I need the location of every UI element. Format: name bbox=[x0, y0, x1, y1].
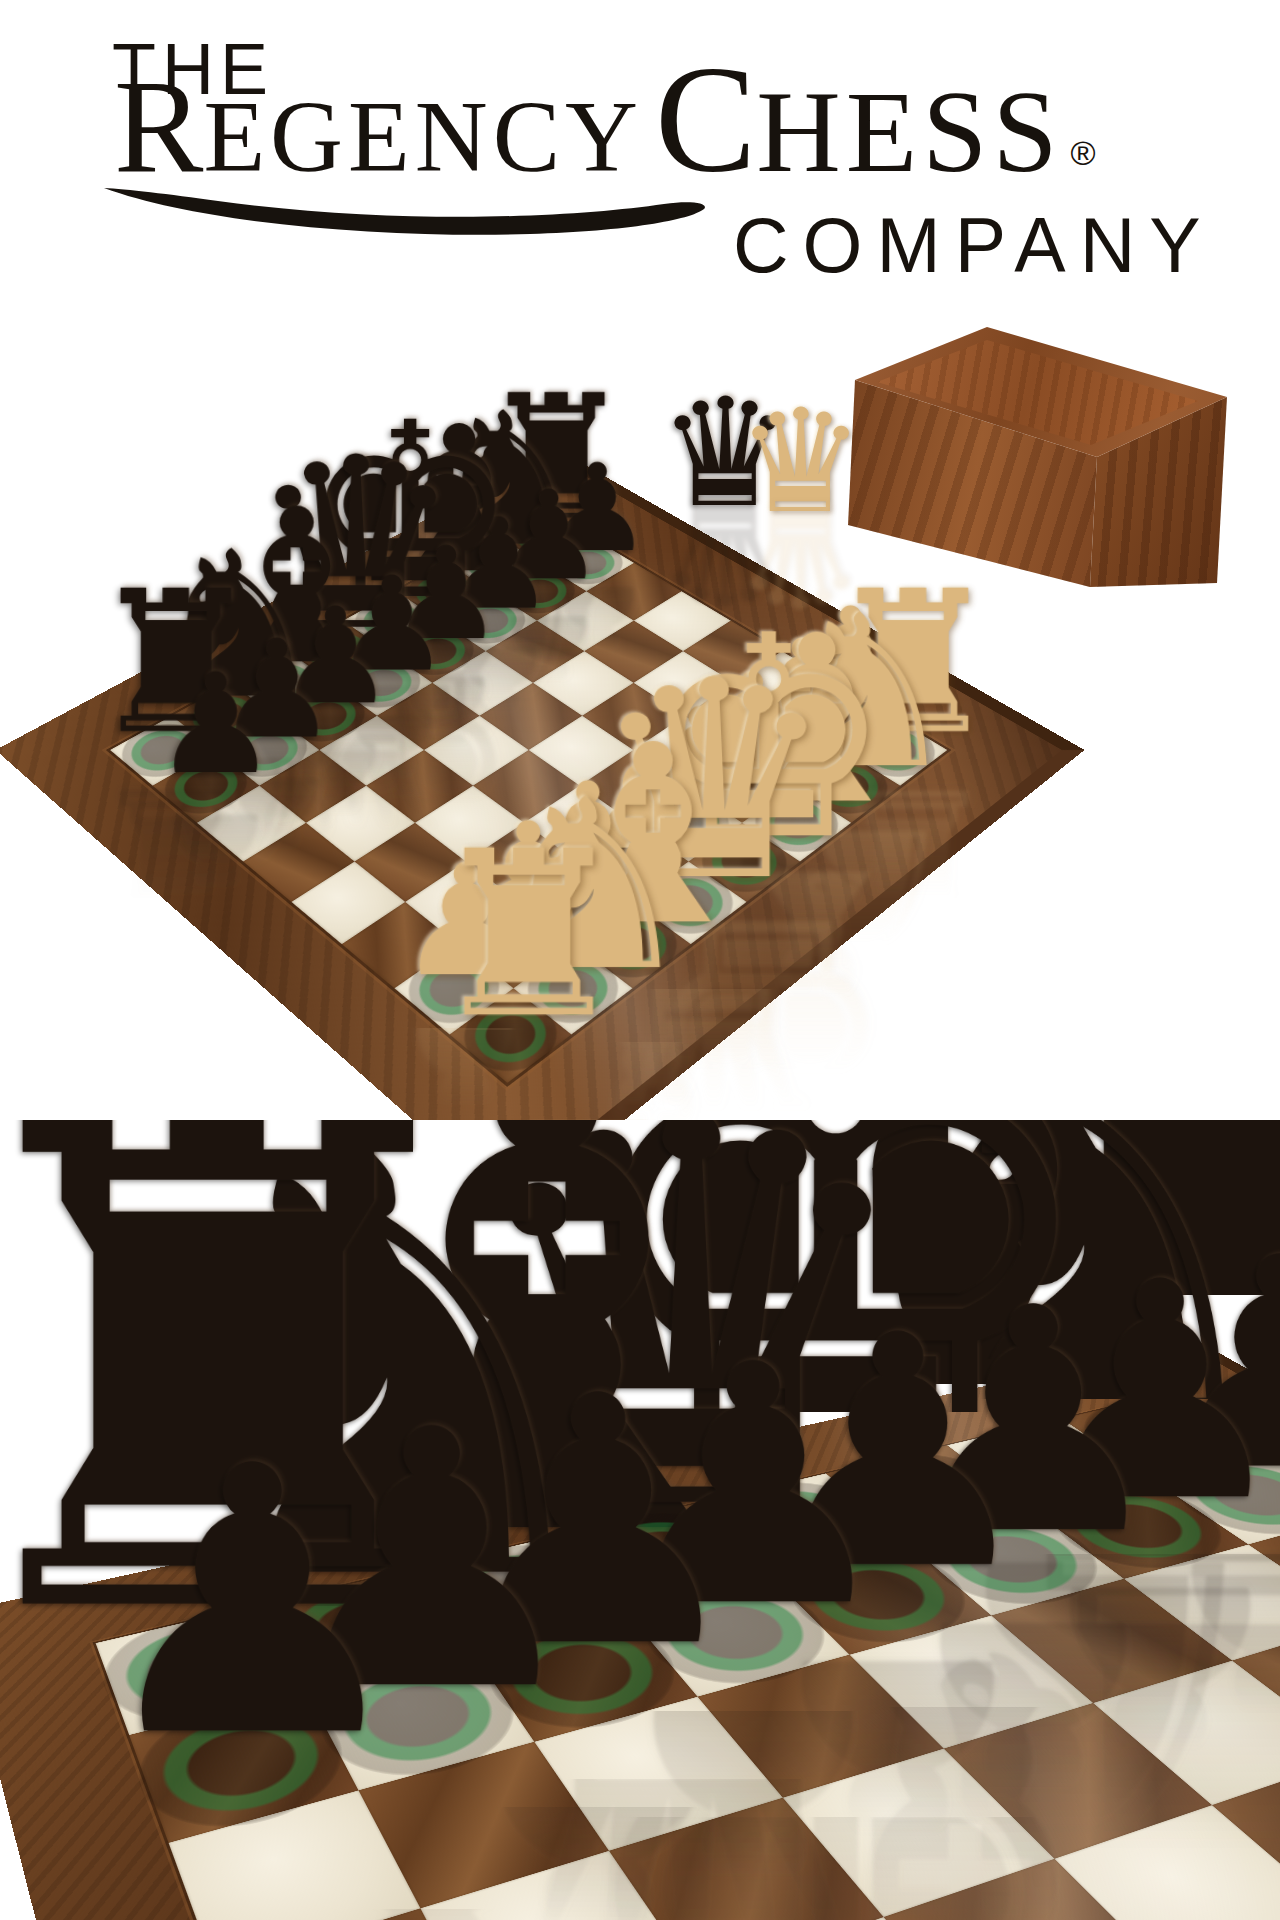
chessboard-closeup bbox=[0, 1340, 1280, 1920]
white-queen-reflection: ♛ bbox=[718, 482, 883, 625]
logo-swash-icon bbox=[98, 178, 723, 250]
brand-logo: THE REGENCYCHESS® COMPANY bbox=[0, 26, 1280, 276]
photo-full-set: ♛ ♛ ♛ ♛ ♜♜♞♞♝♝♛♛♚♚♝♝♞♞♜♜♟♟♟♟♟♟♟♟♟♟♟♟♟♟♟♟… bbox=[0, 250, 1280, 1120]
logo-chess-rest: HESS bbox=[756, 67, 1062, 196]
chessboard-closeup-squares bbox=[96, 1393, 1280, 1920]
logo-regency-rest: EGENCY bbox=[203, 81, 643, 193]
wooden-storage-box bbox=[820, 316, 1250, 616]
registered-trademark-icon: ® bbox=[1070, 134, 1095, 172]
photo-black-pieces-closeup: ♜♜♞♞♝♝♛♛♚♚♝♝♞♞♜♜♟♟♟♟♟♟♟♟♟♟♟♟♟♟♟♟ bbox=[0, 1120, 1280, 1920]
spare-white-queen: ♛ ♛ bbox=[718, 390, 883, 625]
